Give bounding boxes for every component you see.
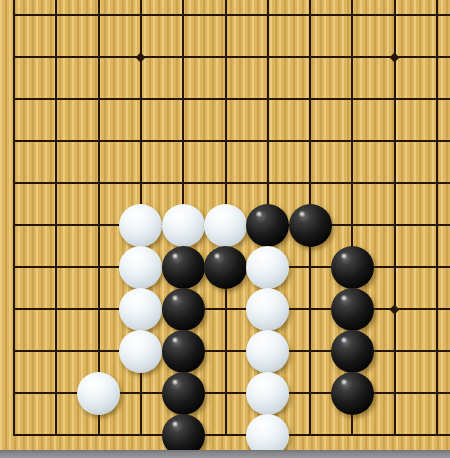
black-stone[interactable]: ● bbox=[162, 372, 205, 415]
star-point bbox=[390, 52, 400, 62]
white-stone[interactable]: ○ bbox=[246, 330, 289, 373]
white-stone[interactable]: ○ bbox=[119, 204, 162, 247]
star-point bbox=[136, 52, 146, 62]
black-stone[interactable]: ● bbox=[331, 330, 374, 373]
grid-line-vertical bbox=[55, 0, 57, 436]
grid-line-vertical bbox=[394, 0, 396, 436]
black-stone[interactable]: ● bbox=[204, 246, 247, 289]
grid-line-horizontal bbox=[13, 98, 450, 100]
grid-line-horizontal bbox=[13, 308, 450, 310]
grid-line-horizontal bbox=[13, 434, 450, 436]
black-stone[interactable]: ● bbox=[331, 372, 374, 415]
grid-line-horizontal bbox=[13, 56, 450, 58]
white-stone[interactable]: ○ bbox=[77, 372, 120, 415]
white-stone[interactable]: ○ bbox=[119, 288, 162, 331]
black-stone[interactable]: ● bbox=[289, 204, 332, 247]
grid-line-vertical bbox=[436, 0, 438, 436]
grid-line-horizontal bbox=[13, 350, 450, 352]
black-stone[interactable]: ● bbox=[331, 288, 374, 331]
grid-line-horizontal bbox=[13, 140, 450, 142]
black-stone[interactable]: ● bbox=[162, 246, 205, 289]
white-stone[interactable]: ○ bbox=[246, 246, 289, 289]
white-stone[interactable]: ○ bbox=[204, 204, 247, 247]
grid-line-horizontal bbox=[13, 14, 450, 16]
white-stone[interactable]: ○ bbox=[119, 330, 162, 373]
black-stone[interactable]: ● bbox=[162, 330, 205, 373]
black-stone[interactable]: ● bbox=[331, 246, 374, 289]
grid-line-horizontal bbox=[13, 182, 450, 184]
grid-line-vertical bbox=[13, 0, 15, 436]
black-stone[interactable]: ● bbox=[246, 204, 289, 247]
white-stone[interactable]: ○ bbox=[246, 372, 289, 415]
black-stone[interactable]: ● bbox=[162, 288, 205, 331]
white-stone[interactable]: ○ bbox=[246, 288, 289, 331]
white-stone[interactable]: ○ bbox=[162, 204, 205, 247]
star-point bbox=[390, 304, 400, 314]
go-app-screen: ○○○●●○●●○●○●○●○●○●○●○●●○ bbox=[0, 0, 450, 458]
white-stone[interactable]: ○ bbox=[119, 246, 162, 289]
page-background-strip bbox=[0, 450, 450, 458]
go-board[interactable]: ○○○●●○●●○●○●○●○●○●○●○●●○ bbox=[0, 0, 450, 450]
